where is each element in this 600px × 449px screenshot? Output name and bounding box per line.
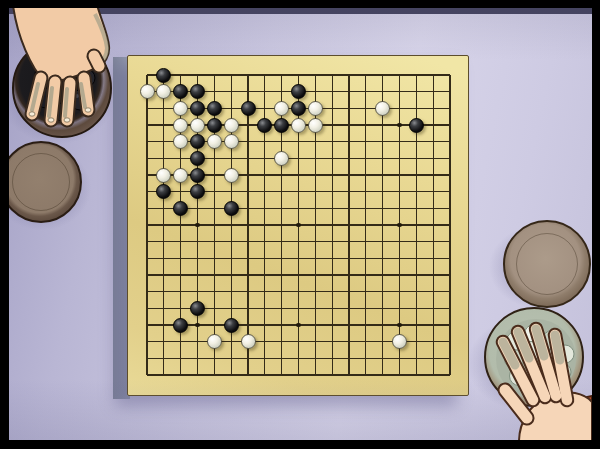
stone-white	[308, 118, 323, 133]
stone-white	[224, 168, 239, 183]
stone-black	[190, 101, 205, 116]
star-point	[195, 323, 200, 328]
grid-line-v	[332, 75, 333, 375]
stone-black	[274, 118, 289, 133]
stone-black	[173, 318, 188, 333]
lid-ring	[12, 153, 70, 211]
go-grid[interactable]	[147, 75, 450, 375]
white-stone-bowl	[484, 307, 584, 407]
star-point	[397, 323, 402, 328]
grid-line-v	[365, 75, 366, 375]
black-stone-bowl	[12, 38, 112, 138]
stone-black	[257, 118, 272, 133]
stone-black	[224, 318, 239, 333]
stone-white	[375, 101, 390, 116]
stone-black	[190, 134, 205, 149]
stone-white	[274, 101, 289, 116]
stone-white	[173, 134, 188, 149]
stone-white	[173, 118, 188, 133]
grid-line-h	[147, 374, 450, 375]
stone-white	[173, 168, 188, 183]
stone-white	[241, 334, 256, 349]
grid-line-h	[147, 258, 450, 259]
stone-white	[173, 101, 188, 116]
stone-white	[140, 84, 155, 99]
stone-black	[291, 101, 306, 116]
stone-white	[156, 168, 171, 183]
table-scene	[9, 8, 592, 440]
stone-white	[308, 101, 323, 116]
stone-white	[274, 151, 289, 166]
star-point	[296, 223, 301, 228]
stone-black	[156, 68, 171, 83]
stone-black	[207, 101, 222, 116]
white-stones-in-bowl	[486, 309, 586, 409]
star-point	[397, 223, 402, 228]
grid-line-h	[147, 241, 450, 242]
grid-line-h	[147, 358, 450, 359]
grid-line-v	[433, 75, 434, 375]
grid-line-h	[147, 291, 450, 292]
stone-black	[156, 184, 171, 199]
lid-ring	[516, 233, 578, 295]
grid-line-v	[348, 75, 349, 375]
stone-black	[409, 118, 424, 133]
grid-line-v	[382, 75, 383, 375]
stone-black	[207, 118, 222, 133]
stone-black	[190, 151, 205, 166]
black-stones-in-bowl	[14, 40, 114, 140]
star-point	[397, 123, 402, 128]
grid-line-v	[449, 75, 450, 375]
stone-white	[224, 134, 239, 149]
stone-black	[190, 301, 205, 316]
stone-white	[224, 118, 239, 133]
grid-line-h	[147, 274, 450, 275]
stone-white	[207, 334, 222, 349]
tv-frame	[0, 0, 600, 449]
stone-white	[190, 118, 205, 133]
stone-black	[224, 201, 239, 216]
table-edge-strip	[9, 8, 592, 14]
stone-black	[190, 168, 205, 183]
stone-black	[190, 184, 205, 199]
star-point	[296, 323, 301, 328]
stone-black	[173, 84, 188, 99]
star-point	[195, 223, 200, 228]
stone-white	[156, 84, 171, 99]
stone-black	[241, 101, 256, 116]
stone-white	[392, 334, 407, 349]
stone-black	[291, 84, 306, 99]
white-bowl-lid	[503, 220, 591, 308]
stone-black	[173, 201, 188, 216]
stone-white	[207, 134, 222, 149]
go-board[interactable]	[127, 55, 469, 396]
stone-white	[291, 118, 306, 133]
black-bowl-lid	[9, 141, 82, 223]
stone-black	[190, 84, 205, 99]
